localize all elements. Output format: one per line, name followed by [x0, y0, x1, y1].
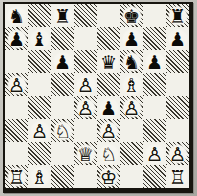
square-c2: [51, 142, 74, 165]
square-b4: [28, 96, 51, 119]
square-a1: ♖: [5, 165, 28, 188]
square-d6: [74, 50, 97, 73]
black-queen-piece: ♛: [98, 51, 120, 73]
square-e4: ♟: [97, 96, 120, 119]
square-a4: [5, 96, 28, 119]
square-h6: [166, 50, 189, 73]
white-pawn-piece: ♙: [75, 74, 97, 96]
white-knight-piece: ♘: [52, 120, 74, 142]
square-f8: ♚: [120, 4, 143, 27]
white-knight-piece: ♘: [98, 143, 120, 165]
square-h7: ♟: [166, 27, 189, 50]
chess-board: ♞♜♚♜♟♝♟♟♟♛♞♟♙♙♗♙♟♙♙♘♙♕♘♙♙♖♗♔♖: [5, 4, 189, 188]
square-e8: [97, 4, 120, 27]
square-c3: ♘: [51, 119, 74, 142]
square-f2: [120, 142, 143, 165]
square-b2: [28, 142, 51, 165]
black-pawn-piece: ♟: [144, 51, 166, 73]
square-g6: ♟: [143, 50, 166, 73]
square-c8: ♜: [51, 4, 74, 27]
black-pawn-piece: ♟: [52, 51, 74, 73]
square-b7: ♝: [28, 27, 51, 50]
white-bishop-piece: ♗: [29, 166, 51, 188]
square-e1: ♔: [97, 165, 120, 188]
square-f6: ♞: [120, 50, 143, 73]
square-h2: ♙: [166, 142, 189, 165]
square-f7: ♟: [120, 27, 143, 50]
square-e5: [97, 73, 120, 96]
square-b5: [28, 73, 51, 96]
square-d1: [74, 165, 97, 188]
square-g1: [143, 165, 166, 188]
white-pawn-piece: ♙: [29, 120, 51, 142]
square-a8: ♞: [5, 4, 28, 27]
square-g3: [143, 119, 166, 142]
black-rook-piece: ♜: [167, 5, 189, 27]
black-pawn-piece: ♟: [98, 97, 120, 119]
square-d5: ♙: [74, 73, 97, 96]
square-e2: ♘: [97, 142, 120, 165]
square-e3: ♙: [97, 119, 120, 142]
white-pawn-piece: ♙: [121, 97, 143, 119]
square-e6: ♛: [97, 50, 120, 73]
square-c5: [51, 73, 74, 96]
square-b8: [28, 4, 51, 27]
square-f4: ♙: [120, 96, 143, 119]
black-pawn-piece: ♟: [121, 28, 143, 50]
white-rook-piece: ♖: [167, 166, 189, 188]
white-pawn-piece: ♙: [144, 143, 166, 165]
square-f5: ♗: [120, 73, 143, 96]
black-rook-piece: ♜: [52, 5, 74, 27]
square-d3: [74, 119, 97, 142]
square-f3: [120, 119, 143, 142]
black-knight-piece: ♞: [121, 51, 143, 73]
white-bishop-piece: ♗: [121, 74, 143, 96]
white-pawn-piece: ♙: [167, 143, 189, 165]
chess-diagram-screenshot: ♞♜♚♜♟♝♟♟♟♛♞♟♙♙♗♙♟♙♙♘♙♕♘♙♙♖♗♔♖: [0, 0, 197, 196]
white-king-piece: ♔: [98, 166, 120, 188]
black-pawn-piece: ♟: [167, 28, 189, 50]
black-pawn-piece: ♟: [6, 28, 28, 50]
square-h1: ♖: [166, 165, 189, 188]
square-h4: [166, 96, 189, 119]
square-g7: [143, 27, 166, 50]
square-c7: [51, 27, 74, 50]
square-g8: [143, 4, 166, 27]
white-pawn-piece: ♙: [6, 74, 28, 96]
square-g2: ♙: [143, 142, 166, 165]
white-pawn-piece: ♙: [98, 120, 120, 142]
square-e7: [97, 27, 120, 50]
black-king-piece: ♚: [121, 5, 143, 27]
black-knight-piece: ♞: [6, 5, 28, 27]
square-a2: [5, 142, 28, 165]
square-a7: ♟: [5, 27, 28, 50]
white-rook-piece: ♖: [6, 166, 28, 188]
square-d2: ♕: [74, 142, 97, 165]
square-c6: ♟: [51, 50, 74, 73]
white-queen-piece: ♕: [75, 143, 97, 165]
black-bishop-piece: ♝: [29, 28, 51, 50]
square-a5: ♙: [5, 73, 28, 96]
square-h5: [166, 73, 189, 96]
square-c1: [51, 165, 74, 188]
square-b6: [28, 50, 51, 73]
square-c4: [51, 96, 74, 119]
square-h3: [166, 119, 189, 142]
square-f1: [120, 165, 143, 188]
square-a3: [5, 119, 28, 142]
white-pawn-piece: ♙: [75, 97, 97, 119]
board-frame: ♞♜♚♜♟♝♟♟♟♛♞♟♙♙♗♙♟♙♙♘♙♕♘♙♙♖♗♔♖: [3, 2, 193, 193]
square-d4: ♙: [74, 96, 97, 119]
square-g4: [143, 96, 166, 119]
square-d7: [74, 27, 97, 50]
square-b1: ♗: [28, 165, 51, 188]
square-g5: [143, 73, 166, 96]
square-a6: [5, 50, 28, 73]
square-d8: [74, 4, 97, 27]
square-h8: ♜: [166, 4, 189, 27]
square-b3: ♙: [28, 119, 51, 142]
